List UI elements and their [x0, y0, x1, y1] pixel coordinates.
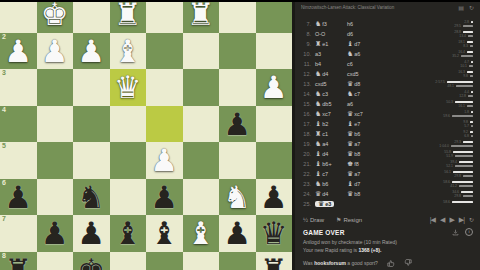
black-move-time-bar: [459, 185, 473, 188]
white-pawn[interactable]: ♟: [146, 142, 183, 179]
black-move-time-bar: [469, 65, 473, 68]
black-bishop[interactable]: ♝: [146, 215, 183, 252]
move-time-bars: 39.452.1: [423, 161, 480, 168]
move-black[interactable]: ♛d8: [347, 80, 379, 88]
move-black[interactable]: ♚f8: [347, 160, 379, 168]
move-time-bars: 58.6: [423, 201, 480, 208]
square-h8[interactable]: 8♜: [0, 252, 37, 270]
move-number: 15.: [299, 101, 315, 107]
white-move-time-bar: [463, 31, 473, 34]
move-white[interactable]: ♞xc7: [315, 110, 347, 118]
square-c5[interactable]: [183, 142, 220, 179]
move-number: 9.: [299, 41, 315, 47]
move-black[interactable]: h6: [347, 21, 379, 27]
resign-button[interactable]: ⚑Resign: [336, 216, 362, 223]
download-icon[interactable]: [452, 229, 459, 236]
move-white[interactable]: ♛d4: [315, 190, 347, 198]
flag-icon: ⚑: [336, 217, 341, 223]
square-a8[interactable]: ♜: [256, 252, 293, 270]
square-e1[interactable]: ♜: [110, 0, 147, 33]
piece-glyph: ♛: [347, 190, 353, 198]
black-move-time-bar: [471, 135, 473, 138]
move-number: 17.: [299, 121, 315, 127]
rank-label-7: 7: [2, 215, 6, 222]
move-row-24: 24.♛d4♛b834.629.8: [295, 189, 480, 199]
move-black[interactable]: ♝d7: [347, 180, 379, 188]
white-move-time-bar: [463, 141, 473, 144]
move-black[interactable]: c6: [347, 61, 379, 67]
move-black[interactable]: ♞c7: [347, 90, 379, 98]
square-f1[interactable]: [73, 0, 110, 33]
letterbox-bar: [0, 0, 480, 2]
white-move-time-bar: [471, 21, 473, 24]
game-over-section: GAME OVER i Anilogd won by checkmate (10…: [295, 226, 480, 270]
piece-glyph: ♚: [347, 160, 353, 168]
white-knight[interactable]: ♞: [219, 179, 256, 216]
move-number: 7.: [299, 21, 315, 27]
piece-glyph: ♝: [315, 170, 321, 178]
piece-glyph: ♝: [315, 120, 321, 128]
move-number: 19.: [299, 141, 315, 147]
square-d3[interactable]: [146, 69, 183, 106]
black-move-time-bar: [463, 25, 473, 28]
square-h1[interactable]: 1: [0, 0, 37, 33]
square-f2[interactable]: ♟: [73, 33, 110, 70]
move-black[interactable]: ♞a6: [347, 50, 379, 58]
sport-question: Was hooksforsum a good sport?: [303, 260, 378, 266]
move-black[interactable]: ♛a7: [347, 140, 379, 148]
move-number: 10.: [299, 51, 315, 57]
white-bishop[interactable]: ♝: [183, 215, 220, 252]
move-white[interactable]: ♞c3: [315, 90, 347, 98]
move-number: 20.: [299, 151, 315, 157]
piece-glyph: ♛: [347, 80, 353, 88]
move-row-7: 7.♞f3h62.829.5: [295, 19, 480, 29]
move-number: 25.: [299, 201, 315, 207]
thumbs-up-button[interactable]: [387, 259, 395, 267]
move-black[interactable]: ♛b8: [347, 190, 379, 198]
move-white[interactable]: ♞db5: [315, 100, 347, 108]
move-time-bars: 16.39.8: [423, 71, 480, 78]
square-d2[interactable]: [146, 33, 183, 70]
move-row-22: 22.♝c7♛a756.129.8: [295, 169, 480, 179]
move-white[interactable]: b4: [315, 61, 347, 67]
square-c1[interactable]: ♜: [183, 0, 220, 33]
black-move-time-bar: [452, 115, 473, 118]
move-row-21: 21.♝b6+♚f839.452.1: [295, 159, 480, 169]
black-pawn[interactable]: ♟: [219, 106, 256, 143]
prev-move-button[interactable]: ◀: [440, 216, 444, 224]
move-white[interactable]: ♛e3: [315, 200, 334, 208]
square-a1[interactable]: [256, 0, 293, 33]
new-rating-value: 1368 (+8).: [358, 247, 381, 253]
square-e8[interactable]: [110, 252, 147, 270]
piece-glyph: ♛: [318, 200, 324, 208]
square-b8[interactable]: [219, 252, 256, 270]
white-pawn[interactable]: ♟: [73, 33, 110, 70]
move-white[interactable]: ♞d4: [315, 70, 347, 78]
square-b2[interactable]: [219, 33, 256, 70]
piece-glyph: ♝: [315, 150, 321, 158]
piece-glyph: ♛: [315, 190, 321, 198]
first-move-button[interactable]: |◀: [430, 216, 435, 224]
flip-board-icon[interactable]: ↻: [469, 4, 474, 11]
piece-glyph: ♞: [315, 70, 321, 78]
white-move-time-bar: [471, 61, 473, 64]
square-b7[interactable]: ♟: [219, 215, 256, 252]
move-number: 12.: [299, 71, 315, 77]
square-d1[interactable]: [146, 0, 183, 33]
move-black[interactable]: cxd5: [347, 71, 379, 77]
square-e3[interactable]: ♛: [110, 69, 147, 106]
move-white[interactable]: ♞f3: [315, 20, 347, 28]
piece-glyph: ♜: [315, 40, 321, 48]
square-d6[interactable]: ♟: [146, 179, 183, 216]
move-time-bars: 9.26.8: [423, 131, 480, 138]
move-black[interactable]: ♛a7: [347, 170, 379, 178]
square-c8[interactable]: [183, 252, 220, 270]
move-row-19: 19.♞a4♛a729.31:04.0: [295, 139, 480, 149]
piece-glyph: ♞: [315, 20, 321, 28]
move-number: 22.: [299, 171, 315, 177]
white-move-time-bar: [452, 181, 473, 184]
square-h7[interactable]: 7: [0, 215, 37, 252]
last-move-button[interactable]: ▶|: [459, 216, 464, 224]
piece-glyph: ♛: [347, 130, 353, 138]
black-knight[interactable]: ♞: [73, 179, 110, 216]
half-point-icon: ½: [303, 217, 308, 223]
white-move-time-bar: [452, 201, 473, 204]
move-number: 13.: [299, 81, 315, 87]
square-c7[interactable]: ♝: [183, 215, 220, 252]
piece-glyph: ♛: [347, 150, 353, 158]
piece-glyph: ♞: [315, 140, 321, 148]
white-move-time-bar: [447, 81, 473, 84]
move-white[interactable]: ♞a4: [315, 140, 347, 148]
move-number: 21.: [299, 161, 315, 167]
move-row-18: 18.♜c1♛b69.26.8: [295, 129, 480, 139]
move-row-17: 17.♝b2♝e79.85.7: [295, 119, 480, 129]
move-time-bars: 34.629.8: [423, 191, 480, 198]
move-number: 23.: [299, 181, 315, 187]
move-number: 24.: [299, 191, 315, 197]
move-row-11: 11.b4c64.710.1: [295, 59, 480, 69]
square-d7[interactable]: ♝: [146, 215, 183, 252]
move-list: 7.♞f3h62.829.58.O-Od628.813.49.♜e1♝d718.…: [295, 19, 480, 209]
chess-board[interactable]: 1♚♜♜2♟♟♟♝3♛♟4♟5♟6♟♞♟♞♟7♟♟♝♝♝♟♛8♜♚♜: [0, 0, 292, 270]
square-f3[interactable]: [73, 69, 110, 106]
square-g3[interactable]: [37, 69, 74, 106]
square-c4[interactable]: [183, 106, 220, 143]
white-move-time-bar: [461, 191, 473, 194]
black-rook[interactable]: ♜: [256, 252, 293, 270]
move-number: 18.: [299, 131, 315, 137]
move-white[interactable]: ♞b6: [315, 180, 347, 188]
black-move-time-bar: [470, 45, 473, 48]
sportsmanship-row: Was hooksforsum a good sport?: [303, 259, 473, 267]
square-c2[interactable]: [183, 33, 220, 70]
white-king[interactable]: ♚: [37, 0, 74, 33]
rank-label-2: 2: [2, 33, 6, 40]
square-f6[interactable]: ♞: [73, 179, 110, 216]
black-pawn[interactable]: ♟: [256, 179, 293, 216]
move-white[interactable]: ♝c7: [315, 170, 347, 178]
white-move-time-bar: [467, 51, 473, 54]
draw-button[interactable]: ½Draw: [303, 217, 324, 223]
piece-glyph: ♞: [315, 180, 321, 188]
black-move-time-bar: [470, 75, 473, 78]
move-white[interactable]: ♝d4: [315, 150, 347, 158]
black-move-time-bar: [471, 125, 473, 128]
move-white[interactable]: ♜c1: [315, 130, 347, 138]
square-c3[interactable]: [183, 69, 220, 106]
move-row-15: 15.♞db5a650.316.1: [295, 99, 480, 109]
square-d4[interactable]: [146, 106, 183, 143]
white-move-time-bar: [467, 71, 473, 74]
square-g8[interactable]: [37, 252, 74, 270]
square-h5[interactable]: 5: [0, 142, 37, 179]
game-result-text: Anilogd won by checkmate (10 min Rated): [303, 239, 473, 245]
piece-glyph: ♞: [315, 110, 321, 118]
piece-glyph: ♝: [315, 160, 321, 168]
square-e5[interactable]: [110, 142, 147, 179]
square-g1[interactable]: ♚: [37, 0, 74, 33]
white-move-time-bar: [467, 41, 473, 44]
square-f4[interactable]: [73, 106, 110, 143]
white-move-time-bar: [453, 171, 473, 174]
playback-controls: |◀◀▶▶|↻: [430, 216, 473, 224]
opening-book-icon[interactable]: ▤: [458, 4, 464, 11]
square-d5[interactable]: ♟: [146, 142, 183, 179]
square-g4[interactable]: [37, 106, 74, 143]
white-rook[interactable]: ♜: [183, 0, 220, 33]
square-a2[interactable]: [256, 33, 293, 70]
white-move-time-bar: [470, 121, 473, 124]
panel-header: Nimzowitsch-Larsen Attack: Classical Var…: [295, 2, 480, 12]
square-f5[interactable]: [73, 142, 110, 179]
move-list-panel: Nimzowitsch-Larsen Attack: Classical Var…: [295, 0, 480, 270]
move-white[interactable]: a3: [315, 51, 347, 57]
move-white[interactable]: ♝b2: [315, 120, 347, 128]
square-h4[interactable]: 4: [0, 106, 37, 143]
piece-glyph: ♞: [315, 90, 321, 98]
move-row-14: 14.♞c3♞c74.412.8: [295, 89, 480, 99]
move-time-bars: 1.859.6: [423, 111, 480, 118]
square-e7[interactable]: ♝: [110, 215, 147, 252]
black-move-time-bar: [455, 155, 473, 158]
square-g7[interactable]: ♟: [37, 215, 74, 252]
black-move-time-bar: [467, 105, 473, 108]
white-move-time-bar: [471, 111, 473, 114]
black-move-time-bar: [461, 55, 473, 58]
move-time-bars: 9.85.7: [423, 121, 480, 128]
square-f7[interactable]: ♟: [73, 215, 110, 252]
thumbs-down-button[interactable]: [404, 259, 412, 267]
square-c6[interactable]: [183, 179, 220, 216]
piece-glyph: ♝: [347, 120, 353, 128]
rank-label-3: 3: [2, 69, 6, 76]
move-time-bars: 4.412.8: [423, 91, 480, 98]
move-black[interactable]: d6: [347, 31, 379, 37]
white-move-time-bar: [470, 131, 473, 134]
piece-glyph: ♝: [347, 180, 353, 188]
black-pawn[interactable]: ♟: [73, 215, 110, 252]
move-number: 14.: [299, 91, 315, 97]
move-time-bars: 50.316.1: [423, 101, 480, 108]
black-pawn[interactable]: ♟: [37, 215, 74, 252]
black-queen[interactable]: ♛: [256, 215, 293, 252]
white-move-time-bar: [471, 91, 473, 94]
piece-glyph: ♜: [315, 130, 321, 138]
move-row-23: 23.♞b6♝d758.641.2: [295, 179, 480, 189]
move-time-bars: 2:57.548.1: [423, 81, 480, 88]
white-move-time-bar: [455, 101, 473, 104]
rating-text: Your new Rapid rating is 1368 (+8).: [303, 247, 473, 253]
white-pawn[interactable]: ♟: [256, 69, 293, 106]
move-number: 11.: [299, 61, 315, 67]
black-bishop[interactable]: ♝: [110, 215, 147, 252]
square-b3[interactable]: [219, 69, 256, 106]
square-h6[interactable]: 6♟: [0, 179, 37, 216]
move-black[interactable]: a6: [347, 101, 379, 107]
square-b1[interactable]: [219, 0, 256, 33]
square-b4[interactable]: ♟: [219, 106, 256, 143]
piece-glyph: ♞: [347, 50, 353, 58]
square-a3[interactable]: ♟: [256, 69, 293, 106]
opening-name: Nimzowitsch-Larsen Attack: Classical Var…: [301, 5, 453, 10]
move-time-bars: 4.710.1: [423, 61, 480, 68]
actions-row: ½Draw ⚑Resign |◀◀▶▶|↻: [295, 213, 480, 226]
move-number: 8.: [299, 31, 315, 37]
square-b6[interactable]: ♞: [219, 179, 256, 216]
move-time-bars: 16.435.2: [423, 51, 480, 58]
square-a4[interactable]: [256, 106, 293, 143]
move-black[interactable]: ♛b8: [347, 150, 379, 158]
move-white[interactable]: cxd5: [315, 81, 347, 87]
move-row-9: 9.♜e1♝d718.18.3: [295, 39, 480, 49]
move-row-25: 25.♛e358.6: [295, 199, 480, 209]
move-row-8: 8.O-Od628.813.4: [295, 29, 480, 39]
move-black[interactable]: ♛xc7: [347, 110, 379, 118]
square-e2[interactable]: ♝: [110, 33, 147, 70]
move-time-bars: 29.31:04.0: [423, 141, 480, 148]
piece-glyph: ♞: [347, 90, 353, 98]
square-a7[interactable]: ♛: [256, 215, 293, 252]
info-icon[interactable]: i: [465, 228, 473, 236]
white-pawn[interactable]: ♟: [37, 33, 74, 70]
move-row-13: 13.cxd5♛d82:57.548.1: [295, 79, 480, 89]
square-h3[interactable]: 3: [0, 69, 37, 106]
square-e4[interactable]: [110, 106, 147, 143]
black-move-time-bar: [468, 35, 473, 38]
black-move-time-bar: [463, 175, 473, 178]
move-time-bars: 55.851.9: [423, 151, 480, 158]
white-queen[interactable]: ♛: [110, 69, 147, 106]
square-g6[interactable]: [37, 179, 74, 216]
square-g5[interactable]: [37, 142, 74, 179]
move-white[interactable]: O-O: [315, 31, 347, 37]
black-move-time-bar: [463, 195, 473, 198]
black-move-time-bar: [455, 165, 473, 168]
video-frame: 1♚♜♜2♟♟♟♝3♛♟4♟5♟6♟♞♟♞♟7♟♟♝♝♝♟♛8♜♚♜ Nimzo…: [0, 0, 480, 270]
move-row-10: 10.a3♞a616.435.2: [295, 49, 480, 59]
rank-label-8: 8: [2, 252, 6, 259]
black-pawn[interactable]: ♟: [219, 215, 256, 252]
white-bishop[interactable]: ♝: [110, 33, 147, 70]
move-time-bars: 2.829.5: [423, 21, 480, 28]
piece-glyph: ♛: [347, 110, 353, 118]
black-king[interactable]: ♚: [73, 252, 110, 270]
square-f8[interactable]: ♚: [73, 252, 110, 270]
black-move-time-bar: [468, 95, 473, 98]
next-move-button[interactable]: ▶: [449, 216, 453, 224]
white-rook[interactable]: ♜: [110, 0, 147, 33]
square-h2[interactable]: 2♟: [0, 33, 37, 70]
rank-label-5: 5: [2, 142, 6, 149]
square-d8[interactable]: [146, 252, 183, 270]
move-black[interactable]: ♛b6: [347, 130, 379, 138]
black-pawn[interactable]: ♟: [146, 179, 183, 216]
game-over-title: GAME OVER: [303, 229, 345, 236]
piece-glyph: ♝: [347, 40, 353, 48]
move-row-12: 12.♞d4cxd516.39.8: [295, 69, 480, 79]
white-move-time-bar: [453, 151, 473, 154]
rank-label-4: 4: [2, 106, 6, 113]
move-row-16: 16.♞xc7♛xc71.859.6: [295, 109, 480, 119]
move-white[interactable]: ♝b6+: [315, 160, 347, 168]
square-a5[interactable]: [256, 142, 293, 179]
move-time-bars: 56.129.8: [423, 171, 480, 178]
piece-glyph: ♞: [315, 100, 321, 108]
move-white[interactable]: ♜e1: [315, 40, 347, 48]
square-a6[interactable]: ♟: [256, 179, 293, 216]
move-black[interactable]: ♝d7: [347, 40, 379, 48]
piece-glyph: ♛: [347, 140, 353, 148]
square-e6[interactable]: [110, 179, 147, 216]
opponent-username: hooksforsum: [314, 260, 346, 266]
move-time-bars: 18.18.3: [423, 41, 480, 48]
move-black[interactable]: ♝e7: [347, 120, 379, 128]
rematch-icon[interactable]: ↻: [469, 216, 473, 223]
black-move-time-bar: [456, 85, 473, 88]
move-time-bars: 28.813.4: [423, 31, 480, 38]
black-move-time-bar: [451, 145, 473, 148]
piece-glyph: ♛: [347, 170, 353, 178]
rank-label-6: 6: [2, 179, 6, 186]
move-row-20: 20.♝d4♛b855.851.9: [295, 149, 480, 159]
move-time-bars: 58.641.2: [423, 181, 480, 188]
square-g2[interactable]: ♟: [37, 33, 74, 70]
square-b5[interactable]: [219, 142, 256, 179]
move-number: 16.: [299, 111, 315, 117]
white-move-time-bar: [459, 161, 473, 164]
